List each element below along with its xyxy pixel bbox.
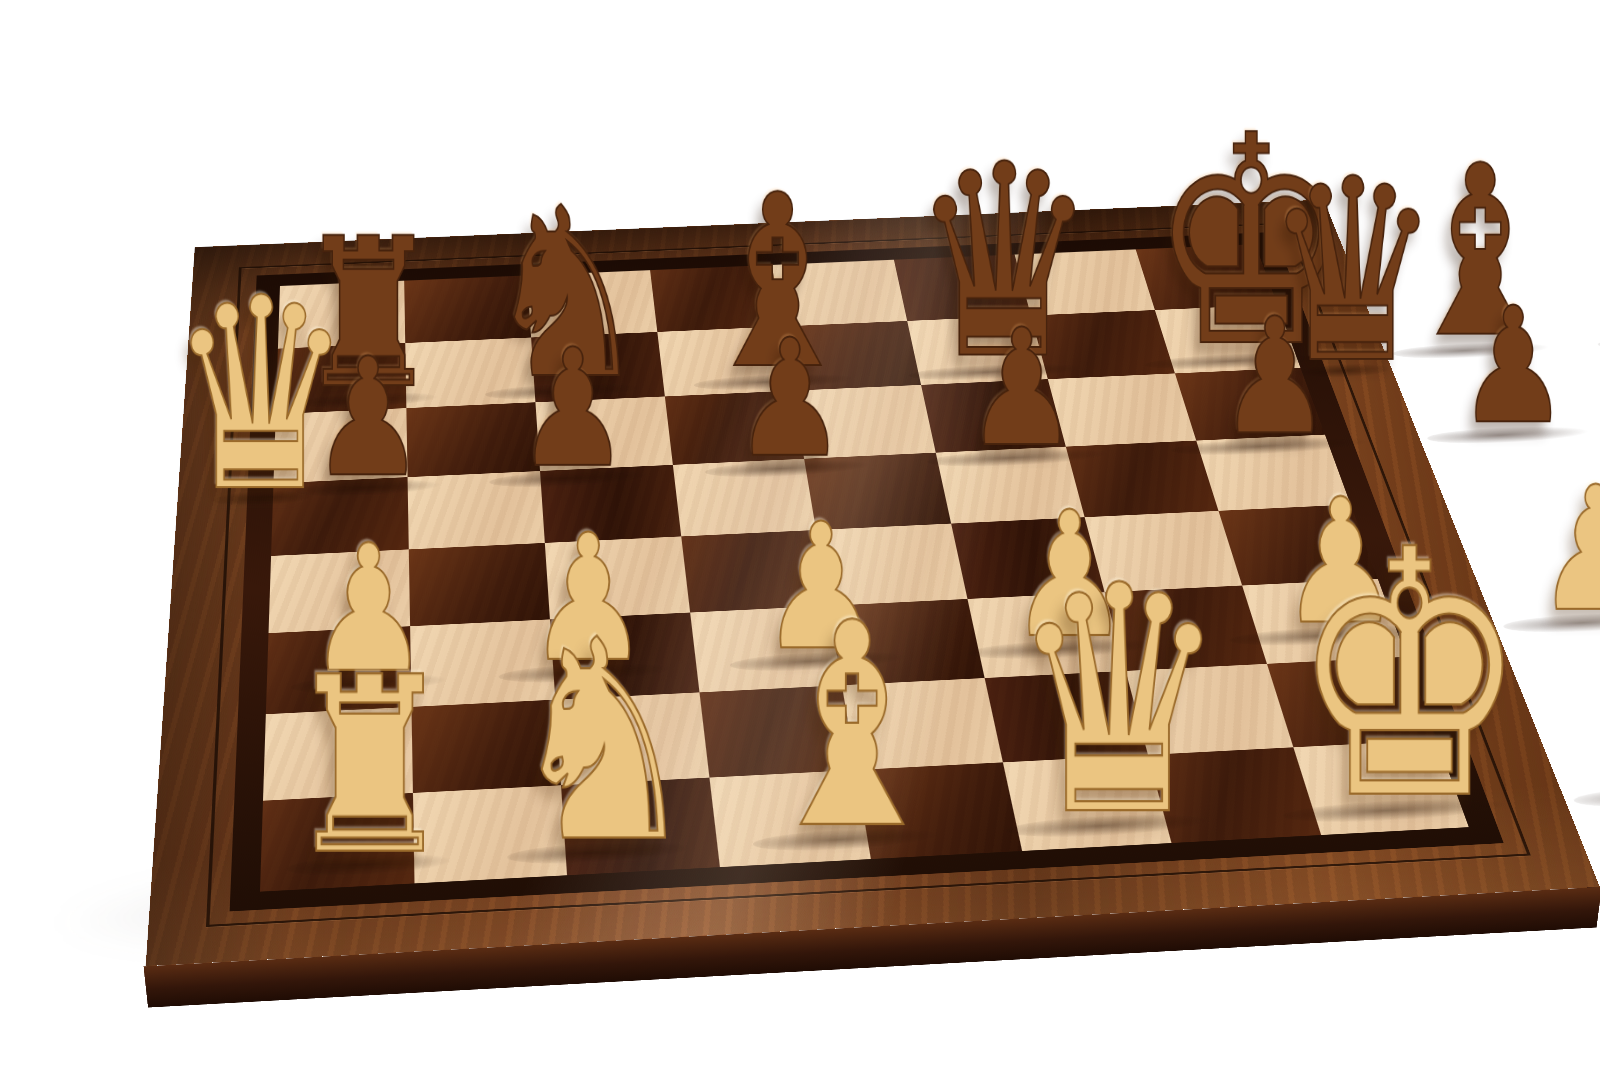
piece-cell-d1: ♛ [940, 661, 1254, 854]
square-c7[interactable] [531, 332, 664, 403]
piece-white-rook-a1[interactable]: ♜ [285, 645, 455, 888]
piece-cell-e1: ♚ [1201, 646, 1553, 838]
perspective-scene: ♜♞♝♛♚♝♞♜♟♟♟♟♟♟♟♟♟♟♟♟♟♟♟♟♜♞♝♛♚♝♞♜ ♛ ♛ [0, 0, 1600, 1067]
square-f7[interactable] [907, 315, 1048, 385]
piece-cell-c1: ♝ [704, 674, 976, 867]
piece-white-bishop-c1[interactable]: ♝ [754, 587, 950, 868]
piece-white-queen-d1[interactable]: ♛ [1008, 544, 1227, 858]
square-h7[interactable] [1154, 304, 1300, 373]
piece-white-bishop-f1[interactable]: ♝ [1581, 547, 1600, 824]
square-b8[interactable] [404, 275, 531, 342]
square-a7[interactable] [276, 343, 406, 414]
piece-cell-b1: ♞ [472, 685, 726, 880]
square-d8[interactable] [650, 265, 782, 332]
square-c8[interactable] [527, 270, 657, 337]
square-e6[interactable] [793, 385, 935, 459]
piece-white-king-e1[interactable]: ♚ [1290, 506, 1528, 846]
square-g7[interactable] [1031, 310, 1175, 379]
square-c6[interactable] [535, 396, 672, 470]
square-d6[interactable] [664, 391, 804, 465]
square-b7[interactable] [405, 337, 536, 408]
square-f6[interactable] [921, 379, 1066, 452]
square-h8[interactable] [1135, 244, 1277, 310]
square-a6[interactable] [273, 408, 407, 483]
square-f8[interactable] [893, 254, 1030, 320]
square-a8[interactable] [278, 281, 405, 349]
product-photo-stage: ♜♞♝♛♚♝♞♜♟♟♟♟♟♟♟♟♟♟♟♟♟♟♟♟♜♞♝♛♚♝♞♜ ♛ ♛ [0, 0, 1600, 1067]
square-g6[interactable] [1048, 373, 1196, 446]
square-e8[interactable] [772, 260, 907, 327]
square-h6[interactable] [1174, 368, 1325, 441]
piece-white-knight-b1[interactable]: ♞ [506, 604, 699, 881]
piece-black-pawn-f7[interactable]: ♟ [1457, 287, 1569, 447]
square-b6[interactable] [406, 402, 540, 477]
square-e7[interactable] [782, 321, 921, 391]
square-d7[interactable] [657, 326, 793, 396]
piece-cell-a1: ♜ [260, 697, 479, 892]
chess-board: ♜♞♝♛♚♝♞♜♟♟♟♟♟♟♟♟♟♟♟♟♟♟♟♟♜♞♝♛♚♝♞♜ ♛ ♛ [146, 200, 1600, 967]
square-g8[interactable] [1015, 249, 1155, 315]
